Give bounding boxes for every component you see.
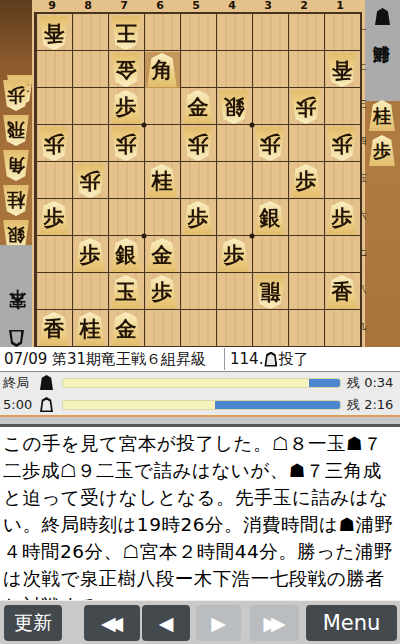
piece-54: 歩	[182, 127, 214, 161]
piece-43: 銀	[218, 90, 250, 124]
clock-panel: 終局 残 0:34 5:00 残 2:16	[0, 372, 400, 415]
sente-time-bar	[62, 378, 341, 388]
hand-piece-桂: 桂	[368, 100, 396, 131]
sente-remaining: 残 0:34	[347, 374, 397, 392]
menu-button[interactable]: Menu	[306, 605, 397, 641]
piece-78: 玉	[110, 275, 142, 309]
file-label-3: 3	[250, 0, 286, 12]
gote-nameplate: 宮本	[0, 245, 32, 355]
piece-73: 歩	[110, 90, 142, 124]
piece-18: 香	[326, 275, 358, 309]
piece-23: 歩	[290, 90, 322, 124]
move-result: 114. 投了	[230, 347, 308, 371]
gote-move-icon	[264, 352, 277, 367]
sente-clock-icon	[37, 375, 56, 390]
piece-65: 桂	[146, 164, 178, 198]
sente-clock-label: 終局	[3, 374, 37, 392]
piece-14: 歩	[326, 127, 358, 161]
piece-67: 金	[146, 238, 178, 272]
gote-player-name: 宮本	[5, 318, 28, 324]
gote-remaining: 残 2:16	[347, 396, 397, 414]
rewind-button[interactable]: ◀◀	[84, 605, 140, 641]
file-label-2: 2	[286, 0, 322, 12]
sente-player-name: 浦野	[371, 31, 394, 37]
commentary-text: この手を見て宮本が投了した。☖８一玉☗７二歩成☖９二玉で詰みはないが、☗７三角成…	[0, 427, 400, 600]
star-point	[250, 123, 255, 128]
piece-53: 金	[182, 90, 214, 124]
panel-divider	[0, 415, 400, 427]
shogi-app: 歩歩飛角桂銀 宮本 浦野 桂歩 987654321 一二三四五六七八九	[0, 0, 400, 644]
piece-87: 歩	[74, 238, 106, 272]
hand-piece-飛: 飛	[2, 115, 30, 146]
hand-piece-桂: 桂	[2, 185, 30, 216]
file-label-6: 6	[142, 0, 178, 12]
piece-71: 王	[110, 16, 142, 50]
next-move-button[interactable]: ▶	[196, 605, 241, 641]
piece-79: 金	[110, 312, 142, 346]
piece-16: 歩	[326, 201, 358, 235]
piece-34: 歩	[254, 127, 286, 161]
sente-piece-icon	[375, 8, 390, 25]
board-grid: 香王金角香歩金銀歩歩歩歩歩歩歩桂歩歩歩銀歩歩銀金歩玉歩龍香香桂金	[34, 12, 362, 349]
gote-clock-label: 5:00	[3, 397, 37, 412]
gote-clock-icon	[37, 397, 56, 412]
piece-12: 香	[326, 53, 358, 87]
file-label-1: 1	[322, 0, 358, 12]
event-title: 第31期竜王戦６組昇級	[52, 347, 206, 371]
hand-piece-歩: 歩	[368, 135, 396, 166]
star-point	[142, 123, 147, 128]
piece-56: 歩	[182, 201, 214, 235]
game-date: 07/09	[4, 347, 47, 371]
piece-36: 銀	[254, 201, 286, 235]
file-label-5: 5	[178, 0, 214, 12]
file-label-4: 4	[214, 0, 250, 12]
hand-piece-歩: 歩	[2, 80, 30, 111]
file-label-9: 9	[34, 0, 70, 12]
header-divider	[224, 348, 225, 370]
prev-move-button[interactable]: ◀	[142, 605, 190, 641]
star-point	[142, 234, 147, 239]
refresh-button[interactable]: 更新	[4, 605, 62, 641]
hand-piece-角: 角	[2, 150, 30, 181]
sente-komadai: 浦野 桂歩	[365, 0, 400, 347]
piece-89: 桂	[74, 312, 106, 346]
piece-96: 歩	[38, 201, 70, 235]
file-label-8: 8	[70, 0, 106, 12]
sente-hand: 桂歩	[368, 100, 396, 220]
piece-38: 龍	[254, 275, 286, 309]
piece-25: 歩	[290, 164, 322, 198]
gote-clock-row: 5:00 残 2:16	[0, 396, 400, 414]
piece-74: 歩	[110, 127, 142, 161]
gote-hand: 歩歩飛角桂銀	[2, 75, 30, 245]
piece-68: 歩	[146, 275, 178, 309]
nav-bar: 更新 ◀◀ ◀ ▶ ▶▶ Menu	[0, 600, 400, 644]
gote-time-bar	[62, 400, 341, 410]
move-number: 114.	[230, 347, 263, 371]
piece-91: 香	[38, 16, 70, 50]
sente-nameplate: 浦野	[365, 0, 400, 101]
piece-72: 金	[110, 53, 142, 87]
board-area: 歩歩飛角桂銀 宮本 浦野 桂歩 987654321 一二三四五六七八九	[0, 0, 400, 347]
piece-94: 歩	[38, 127, 70, 161]
sente-clock-row: 終局 残 0:34	[0, 374, 400, 392]
piece-85: 歩	[74, 164, 106, 198]
result-text: 投了	[278, 347, 308, 371]
star-point	[250, 234, 255, 239]
file-label-7: 7	[106, 0, 142, 12]
fast-forward-button[interactable]: ▶▶	[250, 605, 299, 641]
gote-piece-icon	[9, 330, 24, 347]
game-header: 07/09 第31期竜王戦６組昇級 114. 投了	[0, 347, 400, 372]
piece-77: 銀	[110, 238, 142, 272]
piece-47: 歩	[218, 238, 250, 272]
piece-99: 香	[38, 312, 70, 346]
gote-komadai: 歩歩飛角桂銀 宮本	[0, 0, 32, 347]
